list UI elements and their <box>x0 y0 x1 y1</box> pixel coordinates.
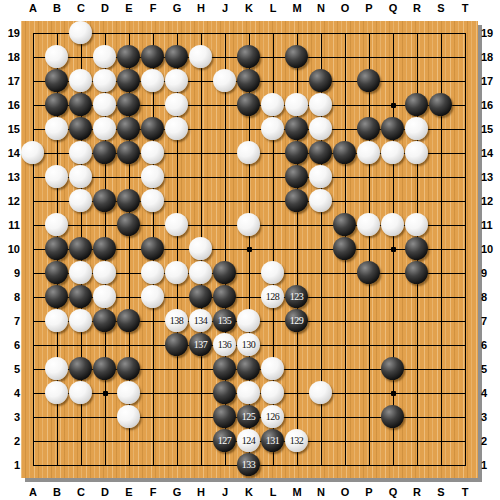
stone-white-L3[interactable]: 126 <box>261 405 284 428</box>
intersection-M13[interactable] <box>285 165 309 189</box>
intersection-F1[interactable] <box>141 453 165 477</box>
intersection-B14[interactable] <box>45 141 69 165</box>
intersection-T2[interactable] <box>453 429 477 453</box>
intersection-G7[interactable]: 138 <box>165 309 189 333</box>
intersection-G9[interactable] <box>165 261 189 285</box>
intersection-G13[interactable] <box>165 165 189 189</box>
intersection-M9[interactable] <box>285 261 309 285</box>
stone-white-D8[interactable] <box>93 285 116 308</box>
intersection-L8[interactable]: 128 <box>261 285 285 309</box>
intersection-E4[interactable] <box>117 381 141 405</box>
intersection-F8[interactable] <box>141 285 165 309</box>
intersection-J19[interactable] <box>213 21 237 45</box>
stone-black-E5[interactable] <box>117 357 140 380</box>
stone-white-K11[interactable] <box>237 213 260 236</box>
intersection-L5[interactable] <box>261 357 285 381</box>
stone-white-E3[interactable] <box>117 405 140 428</box>
intersection-G4[interactable] <box>165 381 189 405</box>
intersection-E18[interactable] <box>117 45 141 69</box>
intersection-R8[interactable] <box>405 285 429 309</box>
intersection-S7[interactable] <box>429 309 453 333</box>
intersection-D13[interactable] <box>93 165 117 189</box>
intersection-A3[interactable] <box>21 405 45 429</box>
intersection-F19[interactable] <box>141 21 165 45</box>
intersection-L11[interactable] <box>261 213 285 237</box>
intersection-F7[interactable] <box>141 309 165 333</box>
stone-white-F14[interactable] <box>141 141 164 164</box>
intersection-N11[interactable] <box>309 213 333 237</box>
stone-black-E18[interactable] <box>117 45 140 68</box>
intersection-H4[interactable] <box>189 381 213 405</box>
intersection-E17[interactable] <box>117 69 141 93</box>
intersection-O1[interactable] <box>333 453 357 477</box>
intersection-C19[interactable] <box>69 21 93 45</box>
stone-black-M14[interactable] <box>285 141 308 164</box>
intersection-G12[interactable] <box>165 189 189 213</box>
intersection-L10[interactable] <box>261 237 285 261</box>
intersection-C7[interactable] <box>69 309 93 333</box>
stone-black-D14[interactable] <box>93 141 116 164</box>
intersection-O16[interactable] <box>333 93 357 117</box>
intersection-L4[interactable] <box>261 381 285 405</box>
intersection-N3[interactable] <box>309 405 333 429</box>
intersection-P7[interactable] <box>357 309 381 333</box>
intersection-B6[interactable] <box>45 333 69 357</box>
intersection-R14[interactable] <box>405 141 429 165</box>
intersection-Q19[interactable] <box>381 21 405 45</box>
stone-white-F13[interactable] <box>141 165 164 188</box>
intersection-O8[interactable] <box>333 285 357 309</box>
intersection-G1[interactable] <box>165 453 189 477</box>
intersection-E19[interactable] <box>117 21 141 45</box>
intersection-J6[interactable]: 136 <box>213 333 237 357</box>
intersection-K4[interactable] <box>237 381 261 405</box>
intersection-P5[interactable] <box>357 357 381 381</box>
stone-white-C17[interactable] <box>69 69 92 92</box>
intersection-B5[interactable] <box>45 357 69 381</box>
stone-white-N13[interactable] <box>309 165 332 188</box>
intersection-C6[interactable] <box>69 333 93 357</box>
intersection-O15[interactable] <box>333 117 357 141</box>
intersection-H10[interactable] <box>189 237 213 261</box>
intersection-K8[interactable] <box>237 285 261 309</box>
intersection-G2[interactable] <box>165 429 189 453</box>
intersection-Q9[interactable] <box>381 261 405 285</box>
intersection-P11[interactable] <box>357 213 381 237</box>
intersection-O11[interactable] <box>333 213 357 237</box>
stone-white-D17[interactable] <box>93 69 116 92</box>
intersection-C2[interactable] <box>69 429 93 453</box>
intersection-R11[interactable] <box>405 213 429 237</box>
stone-black-C5[interactable] <box>69 357 92 380</box>
intersection-F11[interactable] <box>141 213 165 237</box>
intersection-F15[interactable] <box>141 117 165 141</box>
stone-white-J6[interactable]: 136 <box>213 333 236 356</box>
intersection-F2[interactable] <box>141 429 165 453</box>
intersection-H13[interactable] <box>189 165 213 189</box>
stone-black-D5[interactable] <box>93 357 116 380</box>
intersection-B12[interactable] <box>45 189 69 213</box>
intersection-D6[interactable] <box>93 333 117 357</box>
stone-black-N14[interactable] <box>309 141 332 164</box>
intersection-K9[interactable] <box>237 261 261 285</box>
stone-white-B18[interactable] <box>45 45 68 68</box>
intersection-K13[interactable] <box>237 165 261 189</box>
stone-white-R11[interactable] <box>405 213 428 236</box>
intersection-N18[interactable] <box>309 45 333 69</box>
stone-white-B5[interactable] <box>45 357 68 380</box>
intersection-N12[interactable] <box>309 189 333 213</box>
intersection-C4[interactable] <box>69 381 93 405</box>
intersection-Q11[interactable] <box>381 213 405 237</box>
intersection-J8[interactable] <box>213 285 237 309</box>
intersection-D18[interactable] <box>93 45 117 69</box>
intersection-H14[interactable] <box>189 141 213 165</box>
intersection-B19[interactable] <box>45 21 69 45</box>
intersection-O19[interactable] <box>333 21 357 45</box>
intersection-M6[interactable] <box>285 333 309 357</box>
intersection-C10[interactable] <box>69 237 93 261</box>
intersection-B4[interactable] <box>45 381 69 405</box>
intersection-B10[interactable] <box>45 237 69 261</box>
intersection-J7[interactable]: 135 <box>213 309 237 333</box>
stone-white-Q14[interactable] <box>381 141 404 164</box>
stone-black-P9[interactable] <box>357 261 380 284</box>
intersection-C18[interactable] <box>69 45 93 69</box>
intersection-S11[interactable] <box>429 213 453 237</box>
intersection-H2[interactable] <box>189 429 213 453</box>
intersection-P1[interactable] <box>357 453 381 477</box>
stone-black-G6[interactable] <box>165 333 188 356</box>
stone-black-P15[interactable] <box>357 117 380 140</box>
intersection-M2[interactable]: 132 <box>285 429 309 453</box>
stone-black-K5[interactable] <box>237 357 260 380</box>
intersection-A16[interactable] <box>21 93 45 117</box>
stone-white-C4[interactable] <box>69 381 92 404</box>
intersection-O14[interactable] <box>333 141 357 165</box>
intersection-P6[interactable] <box>357 333 381 357</box>
intersection-Q14[interactable] <box>381 141 405 165</box>
stone-white-C13[interactable] <box>69 165 92 188</box>
stone-white-C19[interactable] <box>69 21 92 44</box>
stone-black-M13[interactable] <box>285 165 308 188</box>
stone-white-D18[interactable] <box>93 45 116 68</box>
intersection-M1[interactable] <box>285 453 309 477</box>
intersection-B18[interactable] <box>45 45 69 69</box>
stone-black-R9[interactable] <box>405 261 428 284</box>
stone-white-C9[interactable] <box>69 261 92 284</box>
stone-white-K7[interactable] <box>237 309 260 332</box>
intersection-L19[interactable] <box>261 21 285 45</box>
intersection-M17[interactable] <box>285 69 309 93</box>
intersection-C12[interactable] <box>69 189 93 213</box>
intersection-O5[interactable] <box>333 357 357 381</box>
intersection-G16[interactable] <box>165 93 189 117</box>
intersection-J17[interactable] <box>213 69 237 93</box>
stone-black-J2[interactable]: 127 <box>213 429 236 452</box>
intersection-T6[interactable] <box>453 333 477 357</box>
intersection-A15[interactable] <box>21 117 45 141</box>
intersection-K19[interactable] <box>237 21 261 45</box>
intersection-K17[interactable] <box>237 69 261 93</box>
stone-white-C12[interactable] <box>69 189 92 212</box>
stone-black-C16[interactable] <box>69 93 92 116</box>
stone-white-C7[interactable] <box>69 309 92 332</box>
stone-black-E15[interactable] <box>117 117 140 140</box>
intersection-K18[interactable] <box>237 45 261 69</box>
stone-black-H8[interactable] <box>189 285 212 308</box>
intersection-N17[interactable] <box>309 69 333 93</box>
intersection-H3[interactable] <box>189 405 213 429</box>
intersection-T15[interactable] <box>453 117 477 141</box>
intersection-T8[interactable] <box>453 285 477 309</box>
intersection-L17[interactable] <box>261 69 285 93</box>
intersection-Q10[interactable] <box>381 237 405 261</box>
stone-white-H9[interactable] <box>189 261 212 284</box>
stone-white-G7[interactable]: 138 <box>165 309 188 332</box>
intersection-Q18[interactable] <box>381 45 405 69</box>
stone-black-R10[interactable] <box>405 237 428 260</box>
intersection-T7[interactable] <box>453 309 477 333</box>
intersection-N10[interactable] <box>309 237 333 261</box>
stone-white-P14[interactable] <box>357 141 380 164</box>
stone-black-K18[interactable] <box>237 45 260 68</box>
intersection-Q1[interactable] <box>381 453 405 477</box>
intersection-E1[interactable] <box>117 453 141 477</box>
intersection-D8[interactable] <box>93 285 117 309</box>
stone-black-O11[interactable] <box>333 213 356 236</box>
stone-white-Q11[interactable] <box>381 213 404 236</box>
intersection-M11[interactable] <box>285 213 309 237</box>
stone-black-K16[interactable] <box>237 93 260 116</box>
intersection-B3[interactable] <box>45 405 69 429</box>
intersection-M12[interactable] <box>285 189 309 213</box>
stone-white-L8[interactable]: 128 <box>261 285 284 308</box>
intersection-F10[interactable] <box>141 237 165 261</box>
intersection-A19[interactable] <box>21 21 45 45</box>
intersection-A6[interactable] <box>21 333 45 357</box>
intersection-K12[interactable] <box>237 189 261 213</box>
intersection-D2[interactable] <box>93 429 117 453</box>
intersection-S15[interactable] <box>429 117 453 141</box>
intersection-A11[interactable] <box>21 213 45 237</box>
intersection-J10[interactable] <box>213 237 237 261</box>
intersection-L13[interactable] <box>261 165 285 189</box>
intersection-A14[interactable] <box>21 141 45 165</box>
intersection-F9[interactable] <box>141 261 165 285</box>
intersection-E9[interactable] <box>117 261 141 285</box>
intersection-C11[interactable] <box>69 213 93 237</box>
stone-white-F9[interactable] <box>141 261 164 284</box>
stone-black-M7[interactable]: 129 <box>285 309 308 332</box>
intersection-A9[interactable] <box>21 261 45 285</box>
stone-white-H7[interactable]: 134 <box>189 309 212 332</box>
intersection-R16[interactable] <box>405 93 429 117</box>
intersection-A18[interactable] <box>21 45 45 69</box>
intersection-P15[interactable] <box>357 117 381 141</box>
intersection-Q8[interactable] <box>381 285 405 309</box>
intersection-G3[interactable] <box>165 405 189 429</box>
intersection-T1[interactable] <box>453 453 477 477</box>
intersection-P13[interactable] <box>357 165 381 189</box>
intersection-C15[interactable] <box>69 117 93 141</box>
intersection-C13[interactable] <box>69 165 93 189</box>
stone-black-J4[interactable] <box>213 381 236 404</box>
intersection-E11[interactable] <box>117 213 141 237</box>
intersection-A12[interactable] <box>21 189 45 213</box>
intersection-M14[interactable] <box>285 141 309 165</box>
intersection-C16[interactable] <box>69 93 93 117</box>
stone-white-B13[interactable] <box>45 165 68 188</box>
intersection-T4[interactable] <box>453 381 477 405</box>
intersection-N13[interactable] <box>309 165 333 189</box>
intersection-R2[interactable] <box>405 429 429 453</box>
intersection-E16[interactable] <box>117 93 141 117</box>
intersection-G10[interactable] <box>165 237 189 261</box>
stone-white-K4[interactable] <box>237 381 260 404</box>
intersection-P14[interactable] <box>357 141 381 165</box>
intersection-R5[interactable] <box>405 357 429 381</box>
stone-white-B4[interactable] <box>45 381 68 404</box>
intersection-M3[interactable] <box>285 405 309 429</box>
intersection-O3[interactable] <box>333 405 357 429</box>
stone-white-G16[interactable] <box>165 93 188 116</box>
stone-black-E7[interactable] <box>117 309 140 332</box>
intersection-J14[interactable] <box>213 141 237 165</box>
intersection-M4[interactable] <box>285 381 309 405</box>
intersection-Q6[interactable] <box>381 333 405 357</box>
intersection-D7[interactable] <box>93 309 117 333</box>
stone-white-D15[interactable] <box>93 117 116 140</box>
intersection-O2[interactable] <box>333 429 357 453</box>
intersection-N7[interactable] <box>309 309 333 333</box>
intersection-T19[interactable] <box>453 21 477 45</box>
stone-black-B17[interactable] <box>45 69 68 92</box>
stone-black-G18[interactable] <box>165 45 188 68</box>
stone-white-L9[interactable] <box>261 261 284 284</box>
intersection-G17[interactable] <box>165 69 189 93</box>
intersection-N19[interactable] <box>309 21 333 45</box>
intersection-N9[interactable] <box>309 261 333 285</box>
intersection-R3[interactable] <box>405 405 429 429</box>
stone-white-N15[interactable] <box>309 117 332 140</box>
intersection-Q5[interactable] <box>381 357 405 381</box>
intersection-A4[interactable] <box>21 381 45 405</box>
intersection-D3[interactable] <box>93 405 117 429</box>
intersection-L15[interactable] <box>261 117 285 141</box>
intersection-T12[interactable] <box>453 189 477 213</box>
stone-black-Q3[interactable] <box>381 405 404 428</box>
intersection-P8[interactable] <box>357 285 381 309</box>
intersection-S10[interactable] <box>429 237 453 261</box>
intersection-T9[interactable] <box>453 261 477 285</box>
intersection-C1[interactable] <box>69 453 93 477</box>
intersection-H5[interactable] <box>189 357 213 381</box>
intersection-G8[interactable] <box>165 285 189 309</box>
intersection-P2[interactable] <box>357 429 381 453</box>
stone-black-Q15[interactable] <box>381 117 404 140</box>
stone-black-Q5[interactable] <box>381 357 404 380</box>
intersection-S14[interactable] <box>429 141 453 165</box>
intersection-P16[interactable] <box>357 93 381 117</box>
intersection-E12[interactable] <box>117 189 141 213</box>
stone-white-H10[interactable] <box>189 237 212 260</box>
intersection-B8[interactable] <box>45 285 69 309</box>
stone-white-K6[interactable]: 130 <box>237 333 260 356</box>
intersection-A8[interactable] <box>21 285 45 309</box>
intersection-Q3[interactable] <box>381 405 405 429</box>
intersection-T18[interactable] <box>453 45 477 69</box>
intersection-P9[interactable] <box>357 261 381 285</box>
intersection-S3[interactable] <box>429 405 453 429</box>
intersection-B13[interactable] <box>45 165 69 189</box>
intersection-E6[interactable] <box>117 333 141 357</box>
intersection-A2[interactable] <box>21 429 45 453</box>
stone-white-R15[interactable] <box>405 117 428 140</box>
intersection-L12[interactable] <box>261 189 285 213</box>
intersection-T13[interactable] <box>453 165 477 189</box>
intersection-S16[interactable] <box>429 93 453 117</box>
intersection-S12[interactable] <box>429 189 453 213</box>
intersection-P10[interactable] <box>357 237 381 261</box>
intersection-O10[interactable] <box>333 237 357 261</box>
stone-white-G11[interactable] <box>165 213 188 236</box>
stone-black-K1[interactable]: 133 <box>237 453 260 476</box>
intersection-F13[interactable] <box>141 165 165 189</box>
intersection-F18[interactable] <box>141 45 165 69</box>
intersection-G18[interactable] <box>165 45 189 69</box>
intersection-H7[interactable]: 134 <box>189 309 213 333</box>
intersection-S6[interactable] <box>429 333 453 357</box>
stone-white-A14[interactable] <box>21 141 44 164</box>
stone-black-M15[interactable] <box>285 117 308 140</box>
stone-white-N16[interactable] <box>309 93 332 116</box>
stone-white-G15[interactable] <box>165 117 188 140</box>
intersection-S5[interactable] <box>429 357 453 381</box>
intersection-K3[interactable]: 125 <box>237 405 261 429</box>
intersection-Q7[interactable] <box>381 309 405 333</box>
intersection-G11[interactable] <box>165 213 189 237</box>
intersection-K6[interactable]: 130 <box>237 333 261 357</box>
intersection-B1[interactable] <box>45 453 69 477</box>
stone-black-N17[interactable] <box>309 69 332 92</box>
intersection-F12[interactable] <box>141 189 165 213</box>
intersection-K11[interactable] <box>237 213 261 237</box>
intersection-B7[interactable] <box>45 309 69 333</box>
stone-white-L5[interactable] <box>261 357 284 380</box>
stone-black-B8[interactable] <box>45 285 68 308</box>
stone-black-P17[interactable] <box>357 69 380 92</box>
intersection-R1[interactable] <box>405 453 429 477</box>
intersection-D12[interactable] <box>93 189 117 213</box>
intersection-C5[interactable] <box>69 357 93 381</box>
intersection-E2[interactable] <box>117 429 141 453</box>
intersection-Q2[interactable] <box>381 429 405 453</box>
intersection-S4[interactable] <box>429 381 453 405</box>
intersection-C3[interactable] <box>69 405 93 429</box>
intersection-G19[interactable] <box>165 21 189 45</box>
stone-black-J9[interactable] <box>213 261 236 284</box>
stone-black-O10[interactable] <box>333 237 356 260</box>
intersection-T17[interactable] <box>453 69 477 93</box>
intersection-H17[interactable] <box>189 69 213 93</box>
intersection-O18[interactable] <box>333 45 357 69</box>
stone-black-M18[interactable] <box>285 45 308 68</box>
intersection-H19[interactable] <box>189 21 213 45</box>
stone-white-F17[interactable] <box>141 69 164 92</box>
stone-black-R16[interactable] <box>405 93 428 116</box>
stone-black-H6[interactable]: 137 <box>189 333 212 356</box>
